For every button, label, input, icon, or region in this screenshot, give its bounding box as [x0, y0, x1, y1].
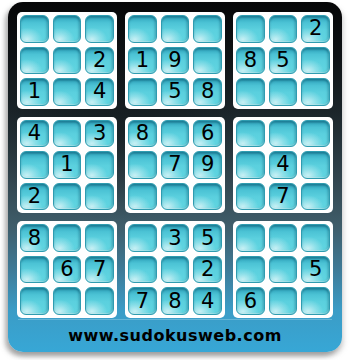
cell-value: 3: [93, 123, 106, 144]
sudoku-block-9: 56: [233, 221, 333, 318]
sudoku-cell-r3c7[interactable]: [236, 78, 265, 106]
sudoku-cell-r2c2[interactable]: [53, 47, 82, 75]
sudoku-cell-r5c4[interactable]: [128, 151, 157, 179]
cell-value: 4: [201, 291, 214, 312]
sudoku-cell-r4c5[interactable]: [161, 120, 190, 148]
sudoku-cell-r4c7[interactable]: [236, 120, 265, 148]
sudoku-block-4: 4312: [17, 117, 117, 214]
cell-value: 6: [60, 259, 73, 280]
sudoku-cell-r8c3[interactable]: 7: [85, 256, 114, 284]
sudoku-cell-r1c3[interactable]: [85, 15, 114, 43]
sudoku-cell-r9c1[interactable]: [20, 287, 49, 315]
sudoku-cell-r5c9[interactable]: [301, 151, 330, 179]
sudoku-cell-r2c7[interactable]: 8: [236, 47, 265, 75]
sudoku-grid: 2141958285431286794786735278456: [17, 12, 333, 318]
sudoku-cell-r7c3[interactable]: [85, 224, 114, 252]
sudoku-cell-r3c4[interactable]: [128, 78, 157, 106]
sudoku-cell-r8c2[interactable]: 6: [53, 256, 82, 284]
cell-value: 2: [309, 18, 322, 39]
sudoku-cell-r9c9[interactable]: [301, 287, 330, 315]
footer-bar: www.sudokusweb.com: [18, 319, 332, 350]
sudoku-cell-r1c7[interactable]: [236, 15, 265, 43]
sudoku-cell-r3c2[interactable]: [53, 78, 82, 106]
sudoku-cell-r2c4[interactable]: 1: [128, 47, 157, 75]
sudoku-cell-r8c1[interactable]: [20, 256, 49, 284]
sudoku-cell-r3c9[interactable]: [301, 78, 330, 106]
cell-value: 5: [276, 50, 289, 71]
sudoku-cell-r1c1[interactable]: [20, 15, 49, 43]
sudoku-cell-r4c1[interactable]: 4: [20, 120, 49, 148]
sudoku-cell-r2c5[interactable]: 9: [161, 47, 190, 75]
cell-value: 9: [201, 154, 214, 175]
cell-value: 2: [201, 259, 214, 280]
sudoku-cell-r4c4[interactable]: 8: [128, 120, 157, 148]
sudoku-cell-r7c9[interactable]: [301, 224, 330, 252]
sudoku-cell-r3c8[interactable]: [269, 78, 298, 106]
sudoku-cell-r1c4[interactable]: [128, 15, 157, 43]
sudoku-cell-r6c1[interactable]: 2: [20, 183, 49, 211]
cell-value: 7: [168, 154, 181, 175]
sudoku-cell-r7c6[interactable]: 5: [193, 224, 222, 252]
sudoku-block-5: 8679: [125, 117, 225, 214]
sudoku-cell-r6c7[interactable]: [236, 183, 265, 211]
sudoku-cell-r9c3[interactable]: [85, 287, 114, 315]
sudoku-block-2: 1958: [125, 12, 225, 109]
sudoku-board-frame: 2141958285431286794786735278456 www.sudo…: [8, 2, 342, 352]
sudoku-cell-r4c8[interactable]: [269, 120, 298, 148]
sudoku-cell-r8c8[interactable]: [269, 256, 298, 284]
cell-value: 7: [276, 186, 289, 207]
sudoku-cell-r1c6[interactable]: [193, 15, 222, 43]
sudoku-cell-r2c6[interactable]: [193, 47, 222, 75]
sudoku-cell-r4c3[interactable]: 3: [85, 120, 114, 148]
cell-value: 8: [28, 228, 41, 249]
sudoku-cell-r9c4[interactable]: 7: [128, 287, 157, 315]
sudoku-page: 2141958285431286794786735278456 www.sudo…: [0, 0, 350, 360]
cell-value: 8: [136, 123, 149, 144]
cell-value: 1: [28, 81, 41, 102]
sudoku-cell-r3c3[interactable]: 4: [85, 78, 114, 106]
sudoku-cell-r9c2[interactable]: [53, 287, 82, 315]
sudoku-cell-r6c2[interactable]: [53, 183, 82, 211]
cell-value: 7: [136, 291, 149, 312]
cell-value: 2: [93, 50, 106, 71]
sudoku-cell-r8c5[interactable]: [161, 256, 190, 284]
sudoku-cell-r2c1[interactable]: [20, 47, 49, 75]
sudoku-cell-r4c9[interactable]: [301, 120, 330, 148]
sudoku-cell-r6c3[interactable]: [85, 183, 114, 211]
sudoku-cell-r7c4[interactable]: [128, 224, 157, 252]
sudoku-cell-r4c6[interactable]: 6: [193, 120, 222, 148]
cell-value: 2: [28, 186, 41, 207]
sudoku-cell-r7c2[interactable]: [53, 224, 82, 252]
sudoku-cell-r1c9[interactable]: 2: [301, 15, 330, 43]
sudoku-cell-r6c6[interactable]: [193, 183, 222, 211]
sudoku-cell-r3c5[interactable]: 5: [161, 78, 190, 106]
cell-value: 1: [60, 154, 73, 175]
cell-value: 5: [168, 81, 181, 102]
sudoku-cell-r2c8[interactable]: 5: [269, 47, 298, 75]
sudoku-cell-r2c3[interactable]: 2: [85, 47, 114, 75]
sudoku-block-6: 47: [233, 117, 333, 214]
cell-value: 4: [93, 81, 106, 102]
sudoku-cell-r1c8[interactable]: [269, 15, 298, 43]
sudoku-cell-r7c8[interactable]: [269, 224, 298, 252]
sudoku-cell-r5c8[interactable]: 4: [269, 151, 298, 179]
site-link[interactable]: www.sudokusweb.com: [68, 326, 282, 345]
sudoku-cell-r7c1[interactable]: 8: [20, 224, 49, 252]
cell-value: 4: [28, 123, 41, 144]
sudoku-cell-r9c5[interactable]: 8: [161, 287, 190, 315]
sudoku-cell-r6c4[interactable]: [128, 183, 157, 211]
cell-value: 5: [309, 259, 322, 280]
sudoku-cell-r8c7[interactable]: [236, 256, 265, 284]
cell-value: 6: [201, 123, 214, 144]
sudoku-cell-r9c7[interactable]: 6: [236, 287, 265, 315]
sudoku-cell-r6c8[interactable]: 7: [269, 183, 298, 211]
cell-value: 6: [244, 291, 257, 312]
cell-value: 8: [244, 50, 257, 71]
sudoku-cell-r1c5[interactable]: [161, 15, 190, 43]
sudoku-cell-r3c6[interactable]: 8: [193, 78, 222, 106]
cell-value: 4: [276, 154, 289, 175]
sudoku-cell-r8c6[interactable]: 2: [193, 256, 222, 284]
cell-value: 7: [93, 259, 106, 280]
cell-value: 5: [201, 228, 214, 249]
cell-value: 9: [168, 50, 181, 71]
sudoku-block-7: 867: [17, 221, 117, 318]
cell-value: 8: [201, 81, 214, 102]
sudoku-block-8: 352784: [125, 221, 225, 318]
sudoku-cell-r5c2[interactable]: 1: [53, 151, 82, 179]
sudoku-cell-r8c4[interactable]: [128, 256, 157, 284]
sudoku-cell-r5c6[interactable]: 9: [193, 151, 222, 179]
sudoku-cell-r2c9[interactable]: [301, 47, 330, 75]
cell-value: 1: [136, 50, 149, 71]
sudoku-cell-r5c3[interactable]: [85, 151, 114, 179]
sudoku-block-1: 214: [17, 12, 117, 109]
sudoku-cell-r5c5[interactable]: 7: [161, 151, 190, 179]
sudoku-cell-r5c1[interactable]: [20, 151, 49, 179]
sudoku-cell-r9c6[interactable]: 4: [193, 287, 222, 315]
sudoku-cell-r4c2[interactable]: [53, 120, 82, 148]
sudoku-cell-r3c1[interactable]: 1: [20, 78, 49, 106]
sudoku-block-3: 285: [233, 12, 333, 109]
sudoku-cell-r7c5[interactable]: 3: [161, 224, 190, 252]
cell-value: 3: [168, 228, 181, 249]
sudoku-cell-r6c5[interactable]: [161, 183, 190, 211]
sudoku-cell-r5c7[interactable]: [236, 151, 265, 179]
cell-value: 8: [168, 291, 181, 312]
sudoku-cell-r8c9[interactable]: 5: [301, 256, 330, 284]
sudoku-cell-r6c9[interactable]: [301, 183, 330, 211]
sudoku-cell-r1c2[interactable]: [53, 15, 82, 43]
sudoku-cell-r7c7[interactable]: [236, 224, 265, 252]
sudoku-cell-r9c8[interactable]: [269, 287, 298, 315]
